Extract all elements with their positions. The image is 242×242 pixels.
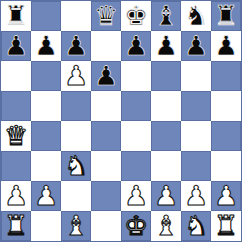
piece-white-pawn[interactable]: ♟ <box>64 62 88 89</box>
square-h6[interactable] <box>211 61 241 91</box>
square-h7[interactable]: ♟ <box>211 31 241 61</box>
square-d5[interactable] <box>91 91 121 121</box>
piece-white-pawn[interactable]: ♟ <box>124 182 148 209</box>
square-a7[interactable]: ♟ <box>1 31 31 61</box>
square-f2[interactable]: ♟ <box>151 181 181 211</box>
square-b7[interactable]: ♟ <box>31 31 61 61</box>
square-f6[interactable] <box>151 61 181 91</box>
square-g4[interactable] <box>181 121 211 151</box>
square-a1[interactable]: ♜ <box>1 211 31 241</box>
square-c8[interactable] <box>61 1 91 31</box>
square-d3[interactable] <box>91 151 121 181</box>
square-d7[interactable] <box>91 31 121 61</box>
piece-black-knight[interactable]: ♞ <box>184 2 208 29</box>
square-b5[interactable] <box>31 91 61 121</box>
piece-white-pawn[interactable]: ♟ <box>4 182 28 209</box>
square-g3[interactable] <box>181 151 211 181</box>
square-d8[interactable]: ♛ <box>91 1 121 31</box>
square-d2[interactable] <box>91 181 121 211</box>
square-c7[interactable]: ♟ <box>61 31 91 61</box>
square-d1[interactable] <box>91 211 121 241</box>
piece-black-pawn[interactable]: ♟ <box>124 32 148 59</box>
piece-white-queen[interactable]: ♛ <box>4 122 28 149</box>
piece-white-knight[interactable]: ♞ <box>184 212 208 239</box>
piece-white-bishop[interactable]: ♝ <box>154 212 178 239</box>
piece-black-pawn[interactable]: ♟ <box>34 32 58 59</box>
square-c5[interactable] <box>61 91 91 121</box>
square-f1[interactable]: ♝ <box>151 211 181 241</box>
square-h5[interactable] <box>211 91 241 121</box>
square-g1[interactable]: ♞ <box>181 211 211 241</box>
square-g7[interactable]: ♟ <box>181 31 211 61</box>
piece-white-pawn[interactable]: ♟ <box>184 182 208 209</box>
piece-black-pawn[interactable]: ♟ <box>4 32 28 59</box>
square-b8[interactable] <box>31 1 61 31</box>
piece-white-rook[interactable]: ♜ <box>4 212 28 239</box>
square-e5[interactable] <box>121 91 151 121</box>
square-a2[interactable]: ♟ <box>1 181 31 211</box>
square-h1[interactable]: ♜ <box>211 211 241 241</box>
piece-black-pawn[interactable]: ♟ <box>184 32 208 59</box>
piece-white-pawn[interactable]: ♟ <box>34 182 58 209</box>
piece-white-bishop[interactable]: ♝ <box>64 212 88 239</box>
square-d4[interactable] <box>91 121 121 151</box>
piece-white-pawn[interactable]: ♟ <box>154 182 178 209</box>
square-b2[interactable]: ♟ <box>31 181 61 211</box>
square-g2[interactable]: ♟ <box>181 181 211 211</box>
square-c1[interactable]: ♝ <box>61 211 91 241</box>
square-f8[interactable]: ♝ <box>151 1 181 31</box>
square-a6[interactable] <box>1 61 31 91</box>
square-g6[interactable] <box>181 61 211 91</box>
square-g5[interactable] <box>181 91 211 121</box>
piece-black-pawn[interactable]: ♟ <box>214 32 238 59</box>
piece-black-rook[interactable]: ♜ <box>4 2 28 29</box>
square-g8[interactable]: ♞ <box>181 1 211 31</box>
piece-black-bishop[interactable]: ♝ <box>154 2 178 29</box>
square-d6[interactable]: ♟ <box>91 61 121 91</box>
square-f7[interactable]: ♟ <box>151 31 181 61</box>
square-a5[interactable] <box>1 91 31 121</box>
square-f4[interactable] <box>151 121 181 151</box>
piece-black-pawn[interactable]: ♟ <box>64 32 88 59</box>
square-a8[interactable]: ♜ <box>1 1 31 31</box>
square-h3[interactable] <box>211 151 241 181</box>
square-a3[interactable] <box>1 151 31 181</box>
piece-black-pawn[interactable]: ♟ <box>94 62 118 89</box>
square-e6[interactable] <box>121 61 151 91</box>
piece-white-rook[interactable]: ♜ <box>214 212 238 239</box>
square-c3[interactable]: ♞ <box>61 151 91 181</box>
square-f5[interactable] <box>151 91 181 121</box>
square-h2[interactable]: ♟ <box>211 181 241 211</box>
square-b3[interactable] <box>31 151 61 181</box>
chess-board: ♜♛♚♝♞♜♟♟♟♟♟♟♟♟♟♛♞♟♟♟♟♟♟♜♝♚♝♞♜ <box>0 0 242 242</box>
square-b6[interactable] <box>31 61 61 91</box>
square-e7[interactable]: ♟ <box>121 31 151 61</box>
square-e1[interactable]: ♚ <box>121 211 151 241</box>
square-e3[interactable] <box>121 151 151 181</box>
piece-white-knight[interactable]: ♞ <box>64 152 88 179</box>
square-h4[interactable] <box>211 121 241 151</box>
piece-black-rook[interactable]: ♜ <box>214 2 238 29</box>
square-a4[interactable]: ♛ <box>1 121 31 151</box>
piece-black-pawn[interactable]: ♟ <box>154 32 178 59</box>
piece-white-king[interactable]: ♚ <box>124 212 148 239</box>
square-e2[interactable]: ♟ <box>121 181 151 211</box>
piece-black-king[interactable]: ♚ <box>124 2 148 29</box>
square-c6[interactable]: ♟ <box>61 61 91 91</box>
piece-black-queen[interactable]: ♛ <box>94 2 118 29</box>
piece-white-pawn[interactable]: ♟ <box>214 182 238 209</box>
square-f3[interactable] <box>151 151 181 181</box>
square-h8[interactable]: ♜ <box>211 1 241 31</box>
square-c4[interactable] <box>61 121 91 151</box>
square-e4[interactable] <box>121 121 151 151</box>
square-e8[interactable]: ♚ <box>121 1 151 31</box>
square-b4[interactable] <box>31 121 61 151</box>
square-c2[interactable] <box>61 181 91 211</box>
square-b1[interactable] <box>31 211 61 241</box>
